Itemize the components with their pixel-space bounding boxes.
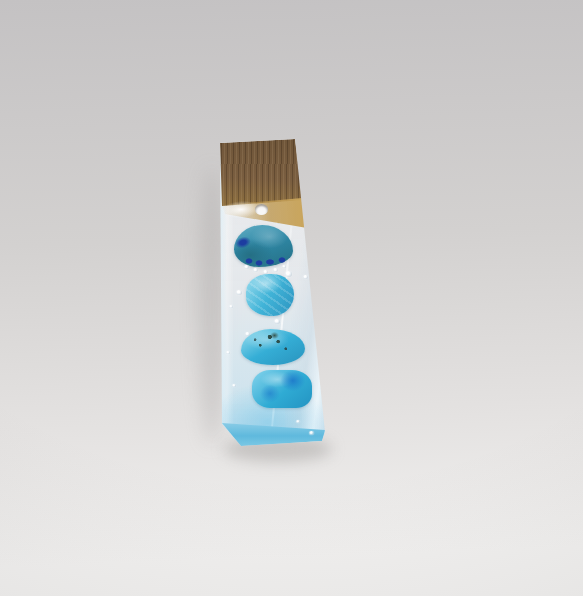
air-bubble: [296, 420, 300, 423]
air-bubble: [274, 319, 280, 324]
air-bubble: [236, 290, 242, 295]
air-bubble: [282, 265, 286, 268]
air-bubble: [229, 305, 233, 308]
stone-chip-4: [252, 370, 312, 408]
air-bubble: [245, 332, 250, 336]
wood-resin-pendant: [215, 135, 333, 453]
air-bubble: [263, 270, 268, 274]
air-bubble: [303, 275, 308, 279]
stone-chip-2: [246, 274, 294, 316]
air-bubble: [309, 431, 314, 435]
photo-background: [0, 0, 583, 596]
air-bubble: [253, 268, 258, 272]
air-bubble: [273, 268, 278, 272]
air-bubble: [285, 271, 292, 277]
navy-glass-accent-left: [234, 235, 253, 250]
dark-inclusion: [269, 331, 280, 340]
hanging-hole: [255, 204, 268, 215]
air-bubble: [244, 265, 249, 269]
stone-chip-3: [241, 329, 305, 365]
air-bubble: [232, 384, 236, 387]
air-bubble: [226, 351, 230, 354]
